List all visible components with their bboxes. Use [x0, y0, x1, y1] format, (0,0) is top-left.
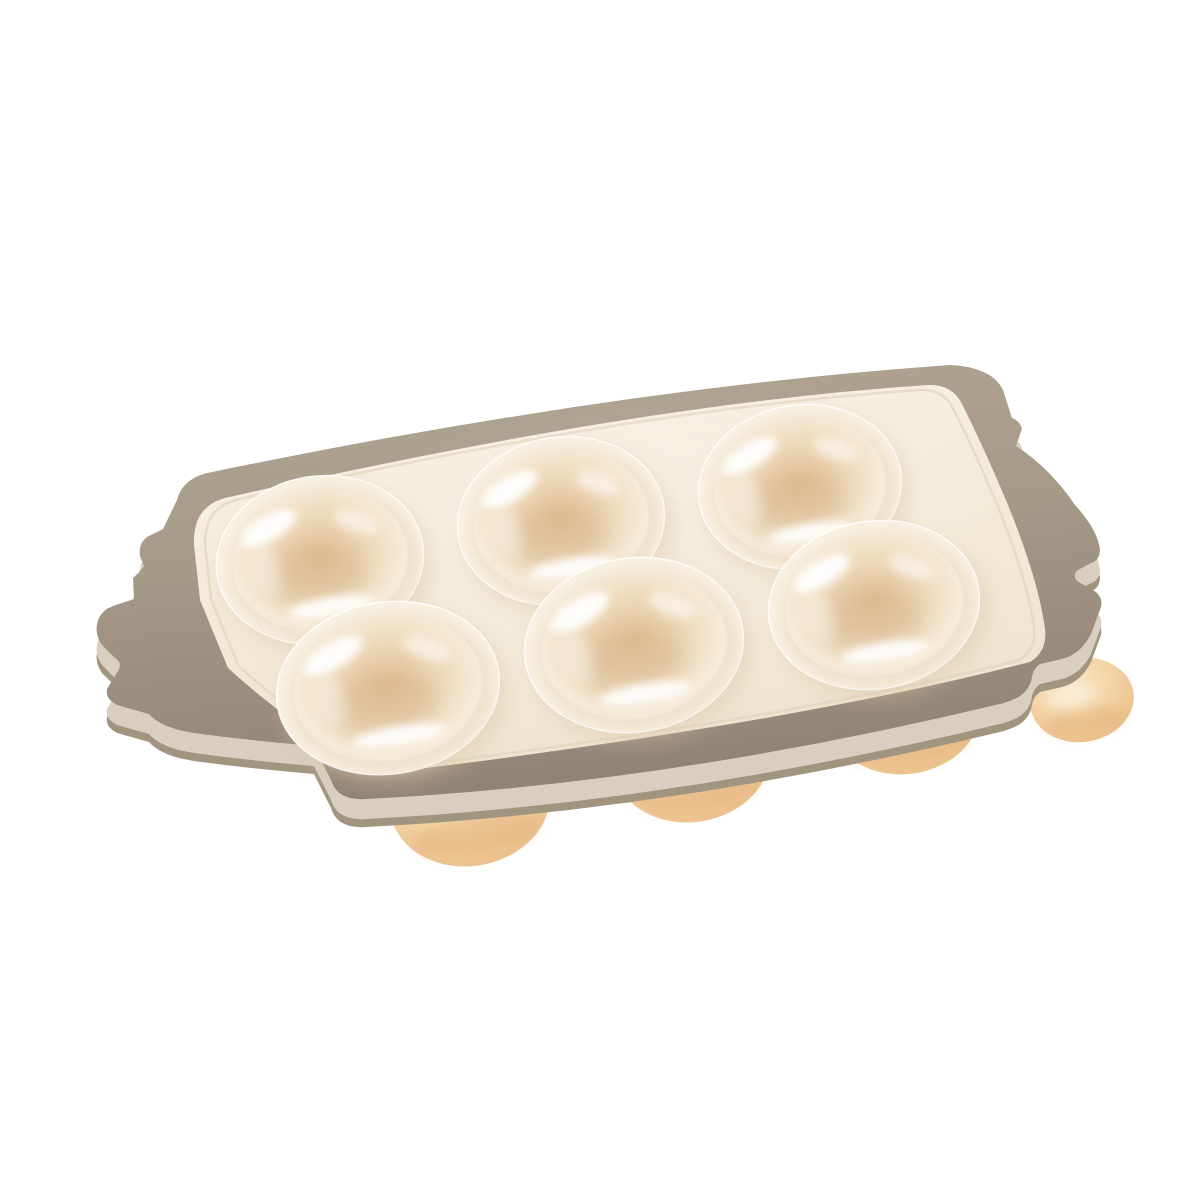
muffin-pan-photo: [0, 0, 1200, 1200]
product-photo-canvas: [0, 0, 1200, 1200]
